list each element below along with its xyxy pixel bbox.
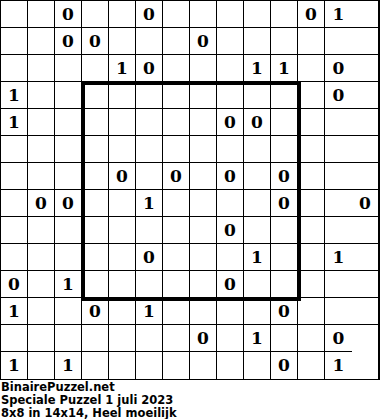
cell-r2c2[interactable]: [28, 28, 55, 55]
cell-r14c13: 1: [325, 352, 352, 379]
cell-r6c6[interactable]: [136, 136, 163, 163]
cell-r10c2[interactable]: [28, 244, 55, 271]
cell-r1c14[interactable]: [352, 1, 379, 28]
cell-r2c14[interactable]: [352, 28, 379, 55]
cell-r11c8[interactable]: [190, 271, 217, 298]
cell-r1c8[interactable]: [190, 1, 217, 28]
cell-r13c8: 0: [190, 325, 217, 352]
cell-r10c7[interactable]: [163, 244, 190, 271]
cell-r9c9: 0: [217, 217, 244, 244]
cell-r7c9: 0: [217, 163, 244, 190]
cell-r7c8[interactable]: [190, 163, 217, 190]
cell-r3c5: 1: [109, 55, 136, 82]
cell-r10c12[interactable]: [298, 244, 325, 271]
cell-r12c1: 1: [1, 298, 28, 325]
cell-r11c7[interactable]: [163, 271, 190, 298]
cell-r11c1: 0: [1, 271, 28, 298]
cell-r8c9[interactable]: [217, 190, 244, 217]
cell-r3c1[interactable]: [1, 55, 28, 82]
cell-r10c4[interactable]: [82, 244, 109, 271]
cell-r2c7[interactable]: [163, 28, 190, 55]
footer: BinairePuzzel.net Speciale Puzzel 1 juli…: [0, 380, 381, 419]
cell-r9c10[interactable]: [244, 217, 271, 244]
cell-r4c14[interactable]: [352, 82, 379, 109]
page: 0001000101101010000000010000110101010010…: [0, 0, 381, 419]
cell-r3c10: 1: [244, 55, 271, 82]
cell-r6c10[interactable]: [244, 136, 271, 163]
cell-r11c10[interactable]: [244, 271, 271, 298]
cell-r4c4[interactable]: [82, 82, 109, 109]
cell-r1c12: 0: [298, 1, 325, 28]
cell-r5c6[interactable]: [136, 109, 163, 136]
cell-r1c7[interactable]: [163, 1, 190, 28]
cell-r6c1[interactable]: [1, 136, 28, 163]
cell-r1c2[interactable]: [28, 1, 55, 28]
cell-r7c1[interactable]: [1, 163, 28, 190]
cell-r6c9[interactable]: [217, 136, 244, 163]
cell-r14c12[interactable]: [298, 352, 325, 379]
cell-r7c13[interactable]: [325, 163, 352, 190]
cell-r10c9[interactable]: [217, 244, 244, 271]
cell-r9c1[interactable]: [1, 217, 28, 244]
cell-r9c7[interactable]: [163, 217, 190, 244]
cell-r7c10[interactable]: [244, 163, 271, 190]
cell-r5c9: 0: [217, 109, 244, 136]
cell-r7c6[interactable]: [136, 163, 163, 190]
cell-r4c3[interactable]: [55, 82, 82, 109]
cell-r8c1[interactable]: [1, 190, 28, 217]
cell-r11c3: 1: [55, 271, 82, 298]
cell-r9c3[interactable]: [55, 217, 82, 244]
cell-r3c3[interactable]: [55, 55, 82, 82]
cell-r8c7[interactable]: [163, 190, 190, 217]
cell-r12c13[interactable]: [325, 298, 352, 325]
cell-r6c8[interactable]: [190, 136, 217, 163]
cell-r1c3: 0: [55, 1, 82, 28]
cell-r8c8[interactable]: [190, 190, 217, 217]
cell-r2c5[interactable]: [109, 28, 136, 55]
cell-r1c11[interactable]: [271, 1, 298, 28]
cell-r2c4: 0: [82, 28, 109, 55]
cell-r14c10[interactable]: [244, 352, 271, 379]
cell-r13c9[interactable]: [217, 325, 244, 352]
cell-r7c7: 0: [163, 163, 190, 190]
cell-r11c11[interactable]: [271, 271, 298, 298]
cell-r7c14[interactable]: [352, 163, 379, 190]
cell-r5c12[interactable]: [298, 109, 325, 136]
cell-r12c6: 1: [136, 298, 163, 325]
cell-r3c11: 1: [271, 55, 298, 82]
cell-r1c4[interactable]: [82, 1, 109, 28]
cell-r10c11[interactable]: [271, 244, 298, 271]
cell-r9c14[interactable]: [352, 217, 379, 244]
cell-r13c10: 1: [244, 325, 271, 352]
cell-r5c8[interactable]: [190, 109, 217, 136]
cell-r2c1[interactable]: [1, 28, 28, 55]
cell-r5c7[interactable]: [163, 109, 190, 136]
cell-r6c5[interactable]: [109, 136, 136, 163]
cell-r11c4[interactable]: [82, 271, 109, 298]
cell-r10c14[interactable]: [352, 244, 379, 271]
cell-r14c4[interactable]: [82, 352, 109, 379]
cell-r11c2[interactable]: [28, 271, 55, 298]
cell-r12c11: 0: [271, 298, 298, 325]
cell-r7c3[interactable]: [55, 163, 82, 190]
cell-r6c11[interactable]: [271, 136, 298, 163]
cell-r5c14[interactable]: [352, 109, 379, 136]
cell-r8c12[interactable]: [298, 190, 325, 217]
cell-r4c7[interactable]: [163, 82, 190, 109]
cell-r13c4[interactable]: [82, 325, 109, 352]
cell-r10c8[interactable]: [190, 244, 217, 271]
cell-r12c7[interactable]: [163, 298, 190, 325]
cell-r13c6[interactable]: [136, 325, 163, 352]
cell-r5c4[interactable]: [82, 109, 109, 136]
cell-r1c1[interactable]: [1, 1, 28, 28]
cell-r13c1[interactable]: [1, 325, 28, 352]
cell-r6c12[interactable]: [298, 136, 325, 163]
cell-r9c4[interactable]: [82, 217, 109, 244]
cell-r2c12[interactable]: [298, 28, 325, 55]
cell-r9c12[interactable]: [298, 217, 325, 244]
cell-r8c14: 0: [352, 190, 379, 217]
cell-r7c12[interactable]: [298, 163, 325, 190]
cell-r8c4[interactable]: [82, 190, 109, 217]
cell-r13c12[interactable]: [298, 325, 325, 352]
puzzle-board: 0001000101101010000000010000110101010010…: [0, 0, 380, 380]
cell-r5c10: 0: [244, 109, 271, 136]
cell-r11c14[interactable]: [352, 271, 379, 298]
cell-r6c2[interactable]: [28, 136, 55, 163]
cell-r10c10: 1: [244, 244, 271, 271]
cell-r8c6: 1: [136, 190, 163, 217]
cell-r11c12[interactable]: [298, 271, 325, 298]
cell-r10c6: 0: [136, 244, 163, 271]
cell-r12c9[interactable]: [217, 298, 244, 325]
cell-r2c3: 0: [55, 28, 82, 55]
cell-r8c13[interactable]: [325, 190, 352, 217]
cell-r3c4[interactable]: [82, 55, 109, 82]
cell-r14c14[interactable]: [352, 352, 379, 379]
cell-r8c5[interactable]: [109, 190, 136, 217]
cell-r2c11[interactable]: [271, 28, 298, 55]
cell-r13c3[interactable]: [55, 325, 82, 352]
cell-r8c2: 0: [28, 190, 55, 217]
cell-r5c3[interactable]: [55, 109, 82, 136]
cell-r6c14[interactable]: [352, 136, 379, 163]
cell-r14c6[interactable]: [136, 352, 163, 379]
cell-r1c9[interactable]: [217, 1, 244, 28]
cell-r3c8[interactable]: [190, 55, 217, 82]
cell-r2c8: 0: [190, 28, 217, 55]
cell-r7c5: 0: [109, 163, 136, 190]
cell-r4c13: 0: [325, 82, 352, 109]
cell-r14c9[interactable]: [217, 352, 244, 379]
cell-r3c12[interactable]: [298, 55, 325, 82]
cell-r4c8[interactable]: [190, 82, 217, 109]
cell-r6c3[interactable]: [55, 136, 82, 163]
cell-r7c2[interactable]: [28, 163, 55, 190]
cell-r12c4: 0: [82, 298, 109, 325]
cell-r9c11[interactable]: [271, 217, 298, 244]
cell-r3c6: 0: [136, 55, 163, 82]
cell-r3c9[interactable]: [217, 55, 244, 82]
cell-r5c1: 1: [1, 109, 28, 136]
cell-r13c7[interactable]: [163, 325, 190, 352]
cell-r1c6: 0: [136, 1, 163, 28]
cell-r13c14[interactable]: [352, 325, 379, 352]
cell-r4c11[interactable]: [271, 82, 298, 109]
cell-r14c1: 1: [1, 352, 28, 379]
cell-r14c11: 0: [271, 352, 298, 379]
cell-r12c10[interactable]: [244, 298, 271, 325]
cell-r12c3[interactable]: [55, 298, 82, 325]
footer-puzzle-info: 8x8 in 14x14, Heel moeilijk: [1, 407, 381, 419]
cell-r4c5[interactable]: [109, 82, 136, 109]
cell-r10c3[interactable]: [55, 244, 82, 271]
cell-r3c2[interactable]: [28, 55, 55, 82]
cell-r13c13: 0: [325, 325, 352, 352]
cell-r11c13[interactable]: [325, 271, 352, 298]
cell-r4c6[interactable]: [136, 82, 163, 109]
cell-r2c13[interactable]: [325, 28, 352, 55]
cell-r12c8[interactable]: [190, 298, 217, 325]
cell-r9c5[interactable]: [109, 217, 136, 244]
cell-r1c13: 1: [325, 1, 352, 28]
cell-r4c2[interactable]: [28, 82, 55, 109]
cell-r9c8[interactable]: [190, 217, 217, 244]
cell-r12c5[interactable]: [109, 298, 136, 325]
cell-r12c14[interactable]: [352, 298, 379, 325]
cell-r11c5[interactable]: [109, 271, 136, 298]
cell-r3c7[interactable]: [163, 55, 190, 82]
cell-r14c3: 1: [55, 352, 82, 379]
cell-r14c7[interactable]: [163, 352, 190, 379]
cell-r4c1: 1: [1, 82, 28, 109]
cell-r1c5[interactable]: [109, 1, 136, 28]
cell-r14c8[interactable]: [190, 352, 217, 379]
cell-r5c13[interactable]: [325, 109, 352, 136]
cell-r13c2[interactable]: [28, 325, 55, 352]
cell-r6c7[interactable]: [163, 136, 190, 163]
cell-r8c10[interactable]: [244, 190, 271, 217]
cell-r13c11[interactable]: [271, 325, 298, 352]
cell-r2c6[interactable]: [136, 28, 163, 55]
cell-r4c9[interactable]: [217, 82, 244, 109]
cell-r13c5[interactable]: [109, 325, 136, 352]
cell-r9c13[interactable]: [325, 217, 352, 244]
cell-r5c11[interactable]: [271, 109, 298, 136]
cell-r6c4[interactable]: [82, 136, 109, 163]
cell-r11c9: 0: [217, 271, 244, 298]
cell-r5c5[interactable]: [109, 109, 136, 136]
cell-r10c1[interactable]: [1, 244, 28, 271]
cell-r2c9[interactable]: [217, 28, 244, 55]
cell-r4c12[interactable]: [298, 82, 325, 109]
cell-r7c4[interactable]: [82, 163, 109, 190]
cell-r7c11: 0: [271, 163, 298, 190]
cell-r9c6[interactable]: [136, 217, 163, 244]
cell-r3c13: 0: [325, 55, 352, 82]
cell-r14c2[interactable]: [28, 352, 55, 379]
cell-r12c2[interactable]: [28, 298, 55, 325]
cell-r9c2[interactable]: [28, 217, 55, 244]
cell-r10c5[interactable]: [109, 244, 136, 271]
cell-r2c10[interactable]: [244, 28, 271, 55]
cell-r3c14[interactable]: [352, 55, 379, 82]
cell-r1c10[interactable]: [244, 1, 271, 28]
cell-r6c13[interactable]: [325, 136, 352, 163]
cell-r5c2[interactable]: [28, 109, 55, 136]
cell-r12c12[interactable]: [298, 298, 325, 325]
cell-r11c6[interactable]: [136, 271, 163, 298]
cell-r14c5[interactable]: [109, 352, 136, 379]
cell-r8c3: 0: [55, 190, 82, 217]
cell-r10c13: 1: [325, 244, 352, 271]
cell-r8c11: 0: [271, 190, 298, 217]
cell-r4c10[interactable]: [244, 82, 271, 109]
